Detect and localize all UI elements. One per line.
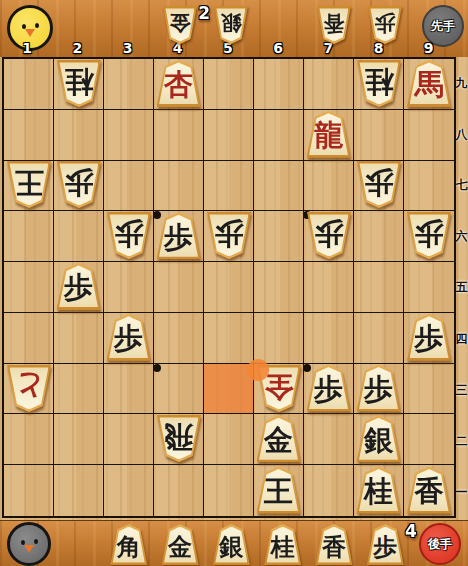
square-7-7[interactable] — [304, 161, 354, 212]
piece-glyph: 歩 — [164, 223, 193, 252]
piece-glyph: 桂 — [364, 67, 393, 96]
square-4-6[interactable]: 歩 — [154, 211, 204, 262]
square-4-7[interactable] — [154, 161, 204, 212]
piece-sente-knight[interactable]: 桂 — [357, 60, 401, 107]
square-5-1[interactable] — [204, 465, 254, 516]
square-1-7[interactable]: 王 — [4, 161, 54, 212]
piece-glyph: 歩 — [373, 535, 397, 559]
square-1-1[interactable] — [4, 465, 54, 516]
square-5-4[interactable] — [204, 313, 254, 364]
square-2-1[interactable] — [54, 465, 104, 516]
square-3-7[interactable] — [104, 161, 154, 212]
rank-label-8: 八 — [455, 125, 468, 143]
square-8-1[interactable]: 桂 — [354, 465, 404, 516]
square-6-9[interactable] — [254, 59, 304, 110]
piece-sente-king[interactable]: 王 — [7, 161, 51, 208]
rank-label-6: 六 — [455, 227, 468, 245]
piece-gote-knight[interactable]: 桂 — [264, 524, 301, 565]
square-2-4[interactable] — [54, 313, 104, 364]
square-6-3[interactable]: 全 — [254, 364, 304, 415]
piece-gote-lance[interactable]: 香 — [407, 467, 451, 514]
square-9-4[interactable]: 歩 — [404, 313, 454, 364]
square-1-8[interactable] — [4, 110, 54, 161]
piece-gote-silver[interactable]: 銀 — [357, 415, 401, 462]
piece-sente-rook[interactable]: 飛 — [157, 415, 201, 462]
square-8-8[interactable] — [354, 110, 404, 161]
file-label-9: 9 — [419, 41, 439, 57]
piece-gote-gold[interactable]: 金 — [162, 524, 199, 565]
piece-sente-pawn[interactable]: 歩 — [357, 161, 401, 208]
square-7-4[interactable] — [304, 313, 354, 364]
chick-eye-icon — [34, 539, 38, 544]
piece-gote-promoted-rook[interactable]: 龍 — [307, 111, 351, 158]
square-2-9[interactable]: 桂 — [54, 59, 104, 110]
square-1-2[interactable] — [4, 414, 54, 465]
piece-glyph: 杏 — [164, 70, 193, 99]
piece-glyph: 歩 — [114, 220, 143, 249]
piece-gote-pawn[interactable]: 歩 — [307, 365, 351, 412]
piece-glyph: 歩 — [415, 220, 444, 249]
rank-label-2: 二 — [455, 432, 468, 450]
square-3-2[interactable] — [104, 414, 154, 465]
square-6-1[interactable]: 王 — [254, 465, 304, 516]
piece-gote-gold[interactable]: 金 — [257, 415, 301, 462]
sente-badge-label: 先手 — [431, 18, 455, 35]
board-grid: 桂杏桂馬龍王歩歩歩歩歩歩歩歩歩歩と全歩歩飛金銀王桂香 — [2, 57, 456, 518]
square-9-8[interactable] — [404, 110, 454, 161]
shogi-board: 123456789 九八七六五四三二一 桂杏桂馬龍王歩歩歩歩歩歩歩歩歩歩と全歩歩… — [0, 57, 468, 520]
square-9-7[interactable] — [404, 161, 454, 212]
square-6-4[interactable] — [254, 313, 304, 364]
square-3-9[interactable] — [104, 59, 154, 110]
square-1-5[interactable] — [4, 262, 54, 313]
piece-glyph: 王 — [264, 477, 293, 506]
piece-glyph: 歩 — [364, 169, 393, 198]
piece-glyph: 桂 — [364, 477, 393, 506]
square-3-6[interactable]: 歩 — [104, 211, 154, 262]
piece-gote-silver[interactable]: 銀 — [213, 524, 250, 565]
piece-gote-pawn[interactable]: 歩 — [407, 314, 451, 361]
square-1-4[interactable] — [4, 313, 54, 364]
piece-gote-bishop[interactable]: 角 — [110, 524, 147, 565]
square-7-2[interactable] — [304, 414, 354, 465]
piece-glyph: 歩 — [64, 273, 93, 302]
square-5-9[interactable] — [204, 59, 254, 110]
rank-label-9: 九 — [455, 74, 468, 92]
gote-hand-tray: 角金銀桂香歩4 後手 — [0, 520, 468, 566]
square-2-6[interactable] — [54, 211, 104, 262]
square-5-6[interactable]: 歩 — [204, 211, 254, 262]
square-2-3[interactable] — [54, 364, 104, 415]
square-5-8[interactable] — [204, 110, 254, 161]
file-label-2: 2 — [67, 41, 87, 57]
square-2-7[interactable]: 歩 — [54, 161, 104, 212]
file-label-1: 1 — [17, 41, 37, 57]
square-7-5[interactable] — [304, 262, 354, 313]
square-9-9[interactable]: 馬 — [404, 59, 454, 110]
piece-glyph: 銀 — [364, 426, 393, 455]
piece-sente-pawn[interactable]: 歩 — [207, 212, 251, 259]
piece-glyph: 歩 — [114, 324, 143, 353]
square-6-8[interactable] — [254, 110, 304, 161]
piece-sente-pawn[interactable]: 歩 — [307, 212, 351, 259]
square-7-3[interactable]: 歩 — [304, 364, 354, 415]
piece-gote-pawn[interactable]: 歩 — [57, 263, 101, 310]
square-8-3[interactable]: 歩 — [354, 364, 404, 415]
square-6-6[interactable] — [254, 211, 304, 262]
square-9-3[interactable] — [404, 364, 454, 415]
square-1-3[interactable]: と — [4, 364, 54, 415]
square-7-9[interactable] — [304, 59, 354, 110]
piece-sente-knight[interactable]: 桂 — [57, 60, 101, 107]
captured-count-badge: 4 — [405, 521, 417, 541]
square-4-3[interactable] — [154, 364, 204, 415]
piece-glyph: 桂 — [271, 535, 295, 559]
square-5-7[interactable] — [204, 161, 254, 212]
piece-gote-promoted-lance[interactable]: 杏 — [157, 60, 201, 107]
square-3-4[interactable]: 歩 — [104, 313, 154, 364]
square-7-1[interactable] — [304, 465, 354, 516]
square-8-6[interactable] — [354, 211, 404, 262]
square-2-2[interactable] — [54, 414, 104, 465]
rank-label-7: 七 — [455, 176, 468, 194]
file-label-6: 6 — [268, 41, 288, 57]
star-point — [153, 364, 161, 372]
piece-gote-lance[interactable]: 香 — [316, 524, 353, 565]
square-3-3[interactable] — [104, 364, 154, 415]
piece-sente-pawn[interactable]: 歩 — [407, 212, 451, 259]
chick-beak-icon — [24, 545, 34, 553]
piece-glyph: 歩 — [214, 220, 243, 249]
square-8-9[interactable]: 桂 — [354, 59, 404, 110]
piece-gote-king[interactable]: 王 — [257, 467, 301, 514]
square-6-5[interactable] — [254, 262, 304, 313]
piece-gote-pawn[interactable]: 歩 — [107, 314, 151, 361]
last-move-marker — [247, 359, 269, 381]
square-3-5[interactable] — [104, 262, 154, 313]
chick-eye-icon — [35, 23, 39, 28]
piece-glyph: 歩 — [364, 375, 393, 404]
square-9-5[interactable] — [404, 262, 454, 313]
square-6-2[interactable]: 金 — [254, 414, 304, 465]
rank-label-3: 三 — [455, 381, 468, 399]
square-8-2[interactable]: 銀 — [354, 414, 404, 465]
file-label-3: 3 — [118, 41, 138, 57]
square-9-1[interactable]: 香 — [404, 465, 454, 516]
piece-glyph: 歩 — [375, 13, 396, 34]
square-4-8[interactable] — [154, 110, 204, 161]
square-9-6[interactable]: 歩 — [404, 211, 454, 262]
piece-sente-gold[interactable]: 金2 — [163, 6, 197, 44]
piece-glyph: 銀 — [221, 13, 242, 34]
piece-glyph: 歩 — [64, 169, 93, 198]
square-4-4[interactable] — [154, 313, 204, 364]
piece-glyph: 龍 — [314, 121, 343, 150]
piece-gote-pawn[interactable]: 歩4 — [367, 524, 404, 565]
square-7-8[interactable]: 龍 — [304, 110, 354, 161]
piece-glyph: 桂 — [64, 67, 93, 96]
piece-gote-pawn[interactable]: 歩 — [357, 365, 401, 412]
square-2-5[interactable]: 歩 — [54, 262, 104, 313]
rank-label-5: 五 — [455, 278, 468, 296]
square-3-8[interactable] — [104, 110, 154, 161]
piece-glyph: 角 — [117, 535, 141, 559]
piece-glyph: 歩 — [314, 375, 343, 404]
piece-glyph: 馬 — [415, 70, 444, 99]
piece-glyph: と — [14, 372, 44, 401]
gote-badge-label: 後手 — [428, 536, 452, 553]
square-7-6[interactable]: 歩 — [304, 211, 354, 262]
square-3-1[interactable] — [104, 465, 154, 516]
square-4-5[interactable] — [154, 262, 204, 313]
piece-glyph: 金 — [170, 13, 191, 34]
gote-avatar-chick-icon — [7, 522, 51, 566]
chick-beak-icon — [25, 29, 35, 37]
piece-glyph: 歩 — [415, 324, 444, 353]
gote-player-badge: 後手 — [419, 523, 461, 565]
square-6-7[interactable] — [254, 161, 304, 212]
piece-glyph: 金 — [168, 535, 192, 559]
piece-glyph: 香 — [324, 13, 345, 34]
square-8-7[interactable]: 歩 — [354, 161, 404, 212]
shogi-app-screen: 金2銀香歩 先手 123456789 九八七六五四三二一 桂杏桂馬龍王歩歩歩歩歩… — [0, 0, 468, 566]
piece-glyph: 銀 — [219, 535, 243, 559]
piece-glyph: 飛 — [164, 423, 193, 452]
square-4-2[interactable]: 飛 — [154, 414, 204, 465]
piece-sente-pawn[interactable]: 歩 — [57, 161, 101, 208]
square-1-9[interactable] — [4, 59, 54, 110]
piece-gote-promoted-bishop[interactable]: 馬 — [407, 60, 451, 107]
square-4-1[interactable] — [154, 465, 204, 516]
piece-glyph: 金 — [264, 426, 293, 455]
square-1-6[interactable] — [4, 211, 54, 262]
piece-gote-pawn[interactable]: 歩 — [157, 212, 201, 259]
square-4-9[interactable]: 杏 — [154, 59, 204, 110]
piece-sente-silver[interactable]: 銀 — [214, 6, 248, 44]
square-8-5[interactable] — [354, 262, 404, 313]
piece-sente-pawn[interactable]: 歩 — [107, 212, 151, 259]
rank-label-4: 四 — [455, 330, 468, 348]
captured-count-badge: 2 — [198, 3, 210, 23]
square-5-2[interactable] — [204, 414, 254, 465]
piece-glyph: 王 — [14, 169, 43, 198]
piece-glyph: 香 — [322, 535, 346, 559]
square-2-8[interactable] — [54, 110, 104, 161]
rank-label-1: 一 — [455, 483, 468, 501]
square-9-2[interactable] — [404, 414, 454, 465]
piece-glyph: 香 — [415, 477, 444, 506]
piece-sente-pawn[interactable]: 歩 — [368, 6, 402, 44]
piece-sente-tokin[interactable]: と — [7, 365, 51, 412]
square-5-5[interactable] — [204, 262, 254, 313]
piece-glyph: 全 — [264, 372, 293, 401]
square-8-4[interactable] — [354, 313, 404, 364]
piece-gote-knight[interactable]: 桂 — [357, 467, 401, 514]
piece-glyph: 歩 — [314, 220, 343, 249]
piece-sente-lance[interactable]: 香 — [317, 6, 351, 44]
